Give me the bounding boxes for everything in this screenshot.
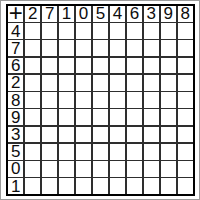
operator-plus-cell: + <box>8 6 23 22</box>
answer-cell-r8-c7[interactable] <box>127 144 142 160</box>
answer-cell-r7-c5[interactable] <box>93 127 108 143</box>
answer-cell-r1-c3[interactable] <box>59 23 74 39</box>
answer-cell-r4-c5[interactable] <box>93 75 108 91</box>
column-header-8: 8 <box>178 6 193 22</box>
answer-cell-r6-c4[interactable] <box>76 109 91 125</box>
answer-cell-r10-c10[interactable] <box>178 178 193 194</box>
answer-cell-r7-c3[interactable] <box>59 127 74 143</box>
answer-cell-r6-c2[interactable] <box>42 109 57 125</box>
row-header-3: 3 <box>8 127 23 143</box>
answer-cell-r7-c9[interactable] <box>161 127 176 143</box>
answer-cell-r2-c3[interactable] <box>59 40 74 56</box>
answer-cell-r9-c6[interactable] <box>110 161 125 177</box>
answer-cell-r9-c1[interactable] <box>25 161 40 177</box>
answer-cell-r8-c10[interactable] <box>178 144 193 160</box>
answer-cell-r3-c9[interactable] <box>161 58 176 74</box>
column-header-3: 3 <box>144 6 159 22</box>
answer-cell-r6-c6[interactable] <box>110 109 125 125</box>
answer-cell-r8-c1[interactable] <box>25 144 40 160</box>
answer-cell-r7-c6[interactable] <box>110 127 125 143</box>
answer-cell-r5-c3[interactable] <box>59 92 74 108</box>
answer-cell-r2-c2[interactable] <box>42 40 57 56</box>
answer-cell-r8-c9[interactable] <box>161 144 176 160</box>
answer-cell-r7-c4[interactable] <box>76 127 91 143</box>
answer-cell-r8-c2[interactable] <box>42 144 57 160</box>
answer-cell-r3-c3[interactable] <box>59 58 74 74</box>
answer-cell-r7-c1[interactable] <box>25 127 40 143</box>
answer-cell-r10-c8[interactable] <box>144 178 159 194</box>
answer-cell-r1-c10[interactable] <box>178 23 193 39</box>
answer-cell-r4-c2[interactable] <box>42 75 57 91</box>
column-header-2: 2 <box>25 6 40 22</box>
answer-cell-r3-c2[interactable] <box>42 58 57 74</box>
answer-cell-r7-c2[interactable] <box>42 127 57 143</box>
column-header-0: 0 <box>76 6 91 22</box>
answer-cell-r8-c6[interactable] <box>110 144 125 160</box>
answer-cell-r9-c2[interactable] <box>42 161 57 177</box>
answer-cell-r4-c9[interactable] <box>161 75 176 91</box>
answer-cell-r2-c4[interactable] <box>76 40 91 56</box>
answer-cell-r8-c4[interactable] <box>76 144 91 160</box>
answer-cell-r2-c6[interactable] <box>110 40 125 56</box>
answer-cell-r6-c5[interactable] <box>93 109 108 125</box>
column-header-4: 4 <box>110 6 125 22</box>
answer-cell-r8-c8[interactable] <box>144 144 159 160</box>
answer-cell-r10-c7[interactable] <box>127 178 142 194</box>
answer-cell-r2-c8[interactable] <box>144 40 159 56</box>
answer-cell-r1-c6[interactable] <box>110 23 125 39</box>
answer-cell-r1-c9[interactable] <box>161 23 176 39</box>
column-header-5: 5 <box>93 6 108 22</box>
column-header-1: 1 <box>59 6 74 22</box>
answer-cell-r3-c7[interactable] <box>127 58 142 74</box>
answer-cell-r5-c10[interactable] <box>178 92 193 108</box>
answer-cell-r10-c9[interactable] <box>161 178 176 194</box>
answer-cell-r2-c7[interactable] <box>127 40 142 56</box>
answer-cell-r5-c1[interactable] <box>25 92 40 108</box>
answer-cell-r5-c8[interactable] <box>144 92 159 108</box>
worksheet-page: +27105463984762893501 <box>0 0 200 200</box>
answer-cell-r6-c1[interactable] <box>25 109 40 125</box>
answer-cell-r1-c4[interactable] <box>76 23 91 39</box>
answer-cell-r5-c2[interactable] <box>42 92 57 108</box>
answer-cell-r3-c5[interactable] <box>93 58 108 74</box>
answer-cell-r3-c4[interactable] <box>76 58 91 74</box>
answer-cell-r8-c3[interactable] <box>59 144 74 160</box>
answer-cell-r10-c1[interactable] <box>25 178 40 194</box>
answer-cell-r1-c5[interactable] <box>93 23 108 39</box>
answer-cell-r3-c10[interactable] <box>178 58 193 74</box>
column-header-6: 6 <box>127 6 142 22</box>
answer-cell-r3-c6[interactable] <box>110 58 125 74</box>
answer-cell-r2-c5[interactable] <box>93 40 108 56</box>
answer-cell-r4-c10[interactable] <box>178 75 193 91</box>
answer-cell-r9-c8[interactable] <box>144 161 159 177</box>
answer-cell-r5-c7[interactable] <box>127 92 142 108</box>
answer-cell-r1-c7[interactable] <box>127 23 142 39</box>
answer-cell-r1-c2[interactable] <box>42 23 57 39</box>
answer-cell-r6-c9[interactable] <box>161 109 176 125</box>
answer-cell-r5-c6[interactable] <box>110 92 125 108</box>
answer-cell-r4-c6[interactable] <box>110 75 125 91</box>
answer-cell-r3-c8[interactable] <box>144 58 159 74</box>
row-header-0: 0 <box>8 161 23 177</box>
answer-cell-r5-c5[interactable] <box>93 92 108 108</box>
answer-cell-r9-c10[interactable] <box>178 161 193 177</box>
row-header-2: 2 <box>8 75 23 91</box>
answer-cell-r2-c10[interactable] <box>178 40 193 56</box>
answer-cell-r6-c8[interactable] <box>144 109 159 125</box>
answer-cell-r4-c4[interactable] <box>76 75 91 91</box>
row-header-1: 1 <box>8 178 23 194</box>
answer-cell-r4-c1[interactable] <box>25 75 40 91</box>
answer-cell-r7-c10[interactable] <box>178 127 193 143</box>
answer-cell-r9-c5[interactable] <box>93 161 108 177</box>
answer-cell-r2-c9[interactable] <box>161 40 176 56</box>
answer-cell-r10-c2[interactable] <box>42 178 57 194</box>
answer-cell-r3-c1[interactable] <box>25 58 40 74</box>
answer-cell-r9-c4[interactable] <box>76 161 91 177</box>
answer-cell-r5-c9[interactable] <box>161 92 176 108</box>
answer-cell-r7-c8[interactable] <box>144 127 159 143</box>
row-header-5: 5 <box>8 144 23 160</box>
answer-cell-r6-c3[interactable] <box>59 109 74 125</box>
column-header-7: 7 <box>42 6 57 22</box>
answer-cell-r9-c7[interactable] <box>127 161 142 177</box>
answer-cell-r9-c9[interactable] <box>161 161 176 177</box>
answer-cell-r10-c6[interactable] <box>110 178 125 194</box>
answer-cell-r2-c1[interactable] <box>25 40 40 56</box>
answer-cell-r5-c4[interactable] <box>76 92 91 108</box>
answer-cell-r6-c10[interactable] <box>178 109 193 125</box>
addition-table-grid: +27105463984762893501 <box>6 4 195 196</box>
answer-cell-r10-c3[interactable] <box>59 178 74 194</box>
row-header-8: 8 <box>8 92 23 108</box>
answer-cell-r8-c5[interactable] <box>93 144 108 160</box>
row-header-4: 4 <box>8 23 23 39</box>
answer-cell-r9-c3[interactable] <box>59 161 74 177</box>
answer-cell-r6-c7[interactable] <box>127 109 142 125</box>
row-header-7: 7 <box>8 40 23 56</box>
answer-cell-r1-c8[interactable] <box>144 23 159 39</box>
answer-cell-r1-c1[interactable] <box>25 23 40 39</box>
column-header-9: 9 <box>161 6 176 22</box>
answer-cell-r4-c3[interactable] <box>59 75 74 91</box>
row-header-6: 6 <box>8 58 23 74</box>
answer-cell-r10-c5[interactable] <box>93 178 108 194</box>
row-header-9: 9 <box>8 109 23 125</box>
answer-cell-r4-c7[interactable] <box>127 75 142 91</box>
answer-cell-r4-c8[interactable] <box>144 75 159 91</box>
answer-cell-r7-c7[interactable] <box>127 127 142 143</box>
answer-cell-r10-c4[interactable] <box>76 178 91 194</box>
